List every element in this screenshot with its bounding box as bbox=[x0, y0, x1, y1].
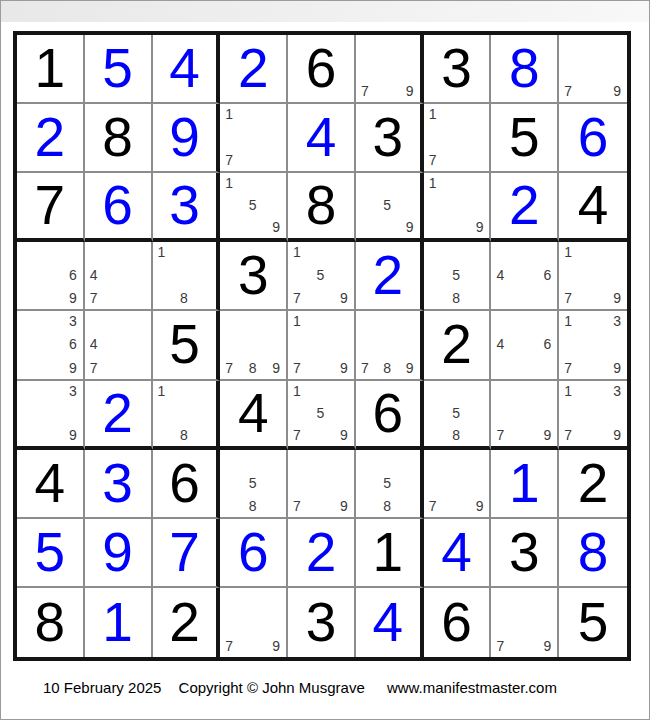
candidate-digit: 7 bbox=[564, 422, 583, 441]
candidate-digit: 9 bbox=[330, 285, 348, 305]
candidate-grid: 17 bbox=[225, 107, 280, 167]
given-digit: 5 bbox=[491, 104, 557, 171]
cell-r1c2[interactable]: 5 bbox=[85, 35, 153, 104]
cell-r7c8[interactable]: 1 bbox=[491, 450, 559, 519]
given-digit: 6 bbox=[356, 381, 420, 446]
candidate-digit: 5 bbox=[378, 196, 396, 215]
cell-r6c3[interactable]: 18 bbox=[153, 381, 221, 450]
cell-r6c7[interactable]: 58 bbox=[424, 381, 492, 450]
candidate-digit: 9 bbox=[602, 285, 621, 305]
cell-r3c2[interactable]: 6 bbox=[85, 173, 153, 242]
candidate-grid: 79 bbox=[496, 384, 551, 442]
candidate-digit: 8 bbox=[175, 422, 193, 441]
cell-r1c7[interactable]: 3 bbox=[424, 35, 492, 104]
cell-r7c3[interactable]: 6 bbox=[153, 450, 221, 519]
candidate-digit: 8 bbox=[378, 355, 396, 375]
footer-copyright: Copyright © John Musgrave bbox=[179, 679, 365, 696]
cell-r9c7[interactable]: 6 bbox=[424, 588, 492, 657]
candidate-grid: 58 bbox=[361, 453, 414, 513]
candidate-digit: 7 bbox=[293, 285, 311, 305]
candidate-digit: 9 bbox=[465, 215, 483, 234]
cell-r1c9[interactable]: 79 bbox=[559, 35, 627, 104]
candidate-digit: 7 bbox=[90, 355, 108, 375]
given-digit: 7 bbox=[17, 173, 83, 238]
screenshot-root: 1542679387928917431756763159859192469471… bbox=[0, 0, 650, 720]
cell-r5c5[interactable]: 179 bbox=[288, 311, 356, 380]
candidate-grid: 46 bbox=[496, 245, 551, 305]
solved-digit: 9 bbox=[85, 519, 151, 586]
candidate-grid: 79 bbox=[225, 591, 280, 653]
candidate-grid: 369 bbox=[22, 314, 77, 374]
candidate-grid: 19 bbox=[429, 176, 484, 234]
candidate-grid: 39 bbox=[22, 384, 77, 442]
footer: 10 February 2025 Copyright © John Musgra… bbox=[43, 679, 557, 696]
cell-r4c3[interactable]: 18 bbox=[153, 242, 221, 311]
cell-r8c6[interactable]: 1 bbox=[356, 519, 424, 588]
candidate-digit: 7 bbox=[90, 285, 108, 305]
candidate-digit: 9 bbox=[396, 78, 414, 98]
solved-digit: 5 bbox=[17, 519, 83, 586]
cell-r2c5[interactable]: 4 bbox=[288, 104, 356, 173]
candidate-grid: 69 bbox=[22, 245, 77, 305]
candidate-digit: 3 bbox=[59, 314, 77, 334]
candidate-grid: 18 bbox=[158, 245, 211, 305]
cell-r5c2[interactable]: 47 bbox=[85, 311, 153, 380]
solved-digit: 2 bbox=[17, 104, 83, 171]
given-digit: 5 bbox=[153, 311, 217, 378]
solved-digit: 6 bbox=[220, 519, 286, 586]
solved-digit: 3 bbox=[153, 173, 217, 238]
cell-r6c4[interactable]: 4 bbox=[220, 381, 288, 450]
candidate-digit: 1 bbox=[225, 176, 243, 195]
candidate-digit: 7 bbox=[293, 422, 311, 441]
candidate-grid: 18 bbox=[158, 384, 211, 442]
given-digit: 2 bbox=[559, 450, 627, 517]
candidate-digit: 9 bbox=[262, 355, 280, 375]
solved-digit: 8 bbox=[491, 35, 557, 102]
candidate-digit: 9 bbox=[396, 355, 414, 375]
solved-digit: 2 bbox=[356, 242, 420, 309]
candidate-digit: 1 bbox=[293, 245, 311, 265]
candidate-digit: 5 bbox=[244, 196, 262, 215]
solved-digit: 6 bbox=[559, 104, 627, 171]
given-digit: 3 bbox=[424, 35, 490, 102]
candidate-grid: 1379 bbox=[564, 314, 621, 374]
cell-r8c5[interactable]: 2 bbox=[288, 519, 356, 588]
cell-r2c4[interactable]: 17 bbox=[220, 104, 288, 173]
cell-r4c5[interactable]: 1579 bbox=[288, 242, 356, 311]
solved-digit: 5 bbox=[85, 35, 151, 102]
cell-r4c2[interactable]: 47 bbox=[85, 242, 153, 311]
cell-r6c5[interactable]: 1579 bbox=[288, 381, 356, 450]
given-digit: 1 bbox=[17, 35, 83, 102]
cell-r2c6[interactable]: 3 bbox=[356, 104, 424, 173]
candidate-digit: 1 bbox=[564, 384, 583, 403]
cell-r5c8[interactable]: 46 bbox=[491, 311, 559, 380]
solved-digit: 2 bbox=[491, 173, 557, 238]
candidate-digit: 1 bbox=[158, 245, 176, 265]
cell-r9c6[interactable]: 4 bbox=[356, 588, 424, 657]
solved-digit: 2 bbox=[220, 35, 286, 102]
candidate-grid: 47 bbox=[90, 245, 145, 305]
candidate-digit: 9 bbox=[533, 422, 551, 441]
candidate-grid: 159 bbox=[225, 176, 280, 234]
given-digit: 5 bbox=[559, 588, 627, 657]
sudoku-board: 1542679387928917431756763159859192469471… bbox=[13, 31, 631, 661]
given-digit: 4 bbox=[220, 381, 286, 446]
candidate-grid: 46 bbox=[496, 314, 551, 374]
candidate-digit: 9 bbox=[533, 632, 551, 653]
candidate-digit: 7 bbox=[496, 632, 514, 653]
solved-digit: 6 bbox=[85, 173, 151, 238]
candidate-digit: 9 bbox=[602, 422, 621, 441]
solved-digit: 9 bbox=[153, 104, 217, 171]
cell-r3c4[interactable]: 159 bbox=[220, 173, 288, 242]
candidate-digit: 1 bbox=[564, 245, 583, 265]
cell-r6c8[interactable]: 79 bbox=[491, 381, 559, 450]
cell-r4c9[interactable]: 179 bbox=[559, 242, 627, 311]
candidate-digit: 5 bbox=[447, 265, 465, 285]
candidate-digit: 7 bbox=[293, 355, 311, 375]
candidate-digit: 1 bbox=[564, 314, 583, 334]
candidate-digit: 1 bbox=[293, 314, 311, 334]
cell-r8c4[interactable]: 6 bbox=[220, 519, 288, 588]
given-digit: 8 bbox=[288, 173, 354, 238]
candidate-digit: 5 bbox=[244, 473, 262, 493]
cell-r2c1[interactable]: 2 bbox=[17, 104, 85, 173]
cell-r5c4[interactable]: 789 bbox=[220, 311, 288, 380]
cell-r5c7[interactable]: 2 bbox=[424, 311, 492, 380]
cell-r7c7[interactable]: 79 bbox=[424, 450, 492, 519]
given-digit: 1 bbox=[356, 519, 420, 586]
cell-r3c9[interactable]: 4 bbox=[559, 173, 627, 242]
solved-digit: 4 bbox=[424, 519, 490, 586]
cell-r1c4[interactable]: 2 bbox=[220, 35, 288, 104]
cell-r1c5[interactable]: 6 bbox=[288, 35, 356, 104]
footer-date: 10 February 2025 bbox=[43, 679, 161, 696]
cell-r1c6[interactable]: 79 bbox=[356, 35, 424, 104]
candidate-digit: 9 bbox=[59, 422, 77, 441]
candidate-digit: 9 bbox=[59, 355, 77, 375]
candidate-digit: 4 bbox=[496, 334, 514, 354]
candidate-digit: 8 bbox=[378, 493, 396, 513]
candidate-digit: 7 bbox=[496, 422, 514, 441]
cell-r3c8[interactable]: 2 bbox=[491, 173, 559, 242]
candidate-grid: 1379 bbox=[564, 384, 621, 442]
cell-r6c6[interactable]: 6 bbox=[356, 381, 424, 450]
cell-r7c2[interactable]: 3 bbox=[85, 450, 153, 519]
cell-r2c8[interactable]: 5 bbox=[491, 104, 559, 173]
cell-r8c1[interactable]: 5 bbox=[17, 519, 85, 588]
candidate-digit: 7 bbox=[429, 493, 447, 513]
candidate-grid: 17 bbox=[429, 107, 484, 167]
candidate-digit: 5 bbox=[447, 403, 465, 422]
solved-digit: 2 bbox=[288, 519, 354, 586]
solved-digit: 1 bbox=[491, 450, 557, 517]
cell-r3c7[interactable]: 19 bbox=[424, 173, 492, 242]
cell-r2c7[interactable]: 17 bbox=[424, 104, 492, 173]
cell-r6c2[interactable]: 2 bbox=[85, 381, 153, 450]
candidate-digit: 6 bbox=[59, 265, 77, 285]
cell-r9c4[interactable]: 79 bbox=[220, 588, 288, 657]
candidate-grid: 79 bbox=[564, 38, 621, 98]
candidate-digit: 9 bbox=[396, 215, 414, 234]
candidate-grid: 789 bbox=[225, 314, 280, 374]
cell-r9c9[interactable]: 5 bbox=[559, 588, 627, 657]
candidate-grid: 79 bbox=[293, 453, 348, 513]
given-digit: 3 bbox=[356, 104, 420, 171]
cell-r7c4[interactable]: 58 bbox=[220, 450, 288, 519]
cell-r6c1[interactable]: 39 bbox=[17, 381, 85, 450]
window-titlebar bbox=[1, 1, 649, 22]
given-digit: 4 bbox=[559, 173, 627, 238]
given-digit: 8 bbox=[85, 104, 151, 171]
cell-r5c6[interactable]: 789 bbox=[356, 311, 424, 380]
candidate-digit: 9 bbox=[262, 215, 280, 234]
candidate-digit: 8 bbox=[447, 422, 465, 441]
cell-r3c5[interactable]: 8 bbox=[288, 173, 356, 242]
candidate-digit: 4 bbox=[496, 265, 514, 285]
candidate-digit: 8 bbox=[244, 355, 262, 375]
cell-r3c6[interactable]: 59 bbox=[356, 173, 424, 242]
candidate-digit: 1 bbox=[429, 176, 447, 195]
footer-website: www.manifestmaster.com bbox=[387, 679, 557, 696]
candidate-digit: 6 bbox=[533, 265, 551, 285]
candidate-digit: 8 bbox=[447, 285, 465, 305]
candidate-digit: 7 bbox=[564, 285, 583, 305]
candidate-digit: 1 bbox=[158, 384, 176, 403]
candidate-digit: 5 bbox=[311, 403, 329, 422]
candidate-digit: 7 bbox=[293, 493, 311, 513]
candidate-digit: 1 bbox=[225, 107, 243, 127]
solved-digit: 8 bbox=[559, 519, 627, 586]
candidate-digit: 5 bbox=[311, 265, 329, 285]
cell-r8c9[interactable]: 8 bbox=[559, 519, 627, 588]
cell-r2c2[interactable]: 8 bbox=[85, 104, 153, 173]
candidate-digit: 7 bbox=[361, 355, 379, 375]
cell-r5c9[interactable]: 1379 bbox=[559, 311, 627, 380]
given-digit: 4 bbox=[17, 450, 83, 517]
solved-digit: 7 bbox=[153, 519, 217, 586]
candidate-grid: 79 bbox=[496, 591, 551, 653]
candidate-grid: 179 bbox=[293, 314, 348, 374]
candidate-digit: 7 bbox=[564, 355, 583, 375]
given-digit: 6 bbox=[288, 35, 354, 102]
candidate-digit: 3 bbox=[602, 314, 621, 334]
candidate-digit: 7 bbox=[564, 78, 583, 98]
cell-r2c9[interactable]: 6 bbox=[559, 104, 627, 173]
given-digit: 2 bbox=[424, 311, 490, 378]
given-digit: 8 bbox=[17, 588, 83, 657]
cell-r1c3[interactable]: 4 bbox=[153, 35, 221, 104]
cell-r8c3[interactable]: 7 bbox=[153, 519, 221, 588]
solved-digit: 4 bbox=[356, 588, 420, 657]
candidate-grid: 59 bbox=[361, 176, 414, 234]
given-digit: 3 bbox=[220, 242, 286, 309]
candidate-digit: 7 bbox=[225, 147, 243, 167]
candidate-grid: 1579 bbox=[293, 384, 348, 442]
candidate-digit: 4 bbox=[90, 265, 108, 285]
cell-r7c5[interactable]: 79 bbox=[288, 450, 356, 519]
cell-r3c1[interactable]: 7 bbox=[17, 173, 85, 242]
cell-r9c1[interactable]: 8 bbox=[17, 588, 85, 657]
candidate-grid: 789 bbox=[361, 314, 414, 374]
candidate-digit: 9 bbox=[465, 493, 483, 513]
cell-r6c9[interactable]: 1379 bbox=[559, 381, 627, 450]
cell-r3c3[interactable]: 3 bbox=[153, 173, 221, 242]
cell-r1c8[interactable]: 8 bbox=[491, 35, 559, 104]
solved-digit: 2 bbox=[85, 381, 151, 446]
cell-r8c2[interactable]: 9 bbox=[85, 519, 153, 588]
cell-r9c8[interactable]: 79 bbox=[491, 588, 559, 657]
candidate-grid: 179 bbox=[564, 245, 621, 305]
cell-r7c9[interactable]: 2 bbox=[559, 450, 627, 519]
cell-r5c1[interactable]: 369 bbox=[17, 311, 85, 380]
candidate-digit: 4 bbox=[90, 334, 108, 354]
candidate-digit: 1 bbox=[429, 107, 447, 127]
candidate-digit: 7 bbox=[225, 632, 243, 653]
candidate-digit: 3 bbox=[602, 384, 621, 403]
candidate-digit: 9 bbox=[602, 355, 621, 375]
candidate-digit: 9 bbox=[330, 422, 348, 441]
candidate-digit: 5 bbox=[378, 473, 396, 493]
candidate-digit: 9 bbox=[330, 493, 348, 513]
solved-digit: 4 bbox=[153, 35, 217, 102]
given-digit: 2 bbox=[153, 588, 217, 657]
cell-r9c2[interactable]: 1 bbox=[85, 588, 153, 657]
candidate-digit: 9 bbox=[602, 78, 621, 98]
candidate-grid: 79 bbox=[361, 38, 414, 98]
candidate-digit: 3 bbox=[59, 384, 77, 403]
given-digit: 3 bbox=[491, 519, 557, 586]
cell-r9c3[interactable]: 2 bbox=[153, 588, 221, 657]
cell-r8c7[interactable]: 4 bbox=[424, 519, 492, 588]
given-digit: 3 bbox=[288, 588, 354, 657]
candidate-grid: 1579 bbox=[293, 245, 348, 305]
candidate-digit: 7 bbox=[225, 355, 243, 375]
cell-r4c7[interactable]: 58 bbox=[424, 242, 492, 311]
solved-digit: 4 bbox=[288, 104, 354, 171]
cell-r9c5[interactable]: 3 bbox=[288, 588, 356, 657]
cell-r7c1[interactable]: 4 bbox=[17, 450, 85, 519]
cell-r5c3[interactable]: 5 bbox=[153, 311, 221, 380]
solved-digit: 1 bbox=[85, 588, 151, 657]
cell-r1c1[interactable]: 1 bbox=[17, 35, 85, 104]
candidate-digit: 8 bbox=[244, 493, 262, 513]
candidate-grid: 58 bbox=[225, 453, 280, 513]
candidate-digit: 1 bbox=[293, 384, 311, 403]
candidate-grid: 58 bbox=[429, 384, 484, 442]
cell-r8c8[interactable]: 3 bbox=[491, 519, 559, 588]
cell-r4c4[interactable]: 3 bbox=[220, 242, 288, 311]
candidate-grid: 47 bbox=[90, 314, 145, 374]
cell-r4c1[interactable]: 69 bbox=[17, 242, 85, 311]
candidate-digit: 7 bbox=[361, 78, 379, 98]
given-digit: 6 bbox=[424, 588, 490, 657]
candidate-digit: 9 bbox=[59, 285, 77, 305]
given-digit: 6 bbox=[153, 450, 217, 517]
candidate-digit: 7 bbox=[429, 147, 447, 167]
solved-digit: 3 bbox=[85, 450, 151, 517]
cell-r7c6[interactable]: 58 bbox=[356, 450, 424, 519]
candidate-digit: 9 bbox=[262, 632, 280, 653]
candidate-digit: 8 bbox=[175, 285, 193, 305]
cell-r2c3[interactable]: 9 bbox=[153, 104, 221, 173]
cell-r4c8[interactable]: 46 bbox=[491, 242, 559, 311]
candidate-digit: 6 bbox=[533, 334, 551, 354]
candidate-digit: 9 bbox=[330, 355, 348, 375]
candidate-grid: 79 bbox=[429, 453, 484, 513]
candidate-digit: 6 bbox=[59, 334, 77, 354]
cell-r4c6[interactable]: 2 bbox=[356, 242, 424, 311]
candidate-grid: 58 bbox=[429, 245, 484, 305]
